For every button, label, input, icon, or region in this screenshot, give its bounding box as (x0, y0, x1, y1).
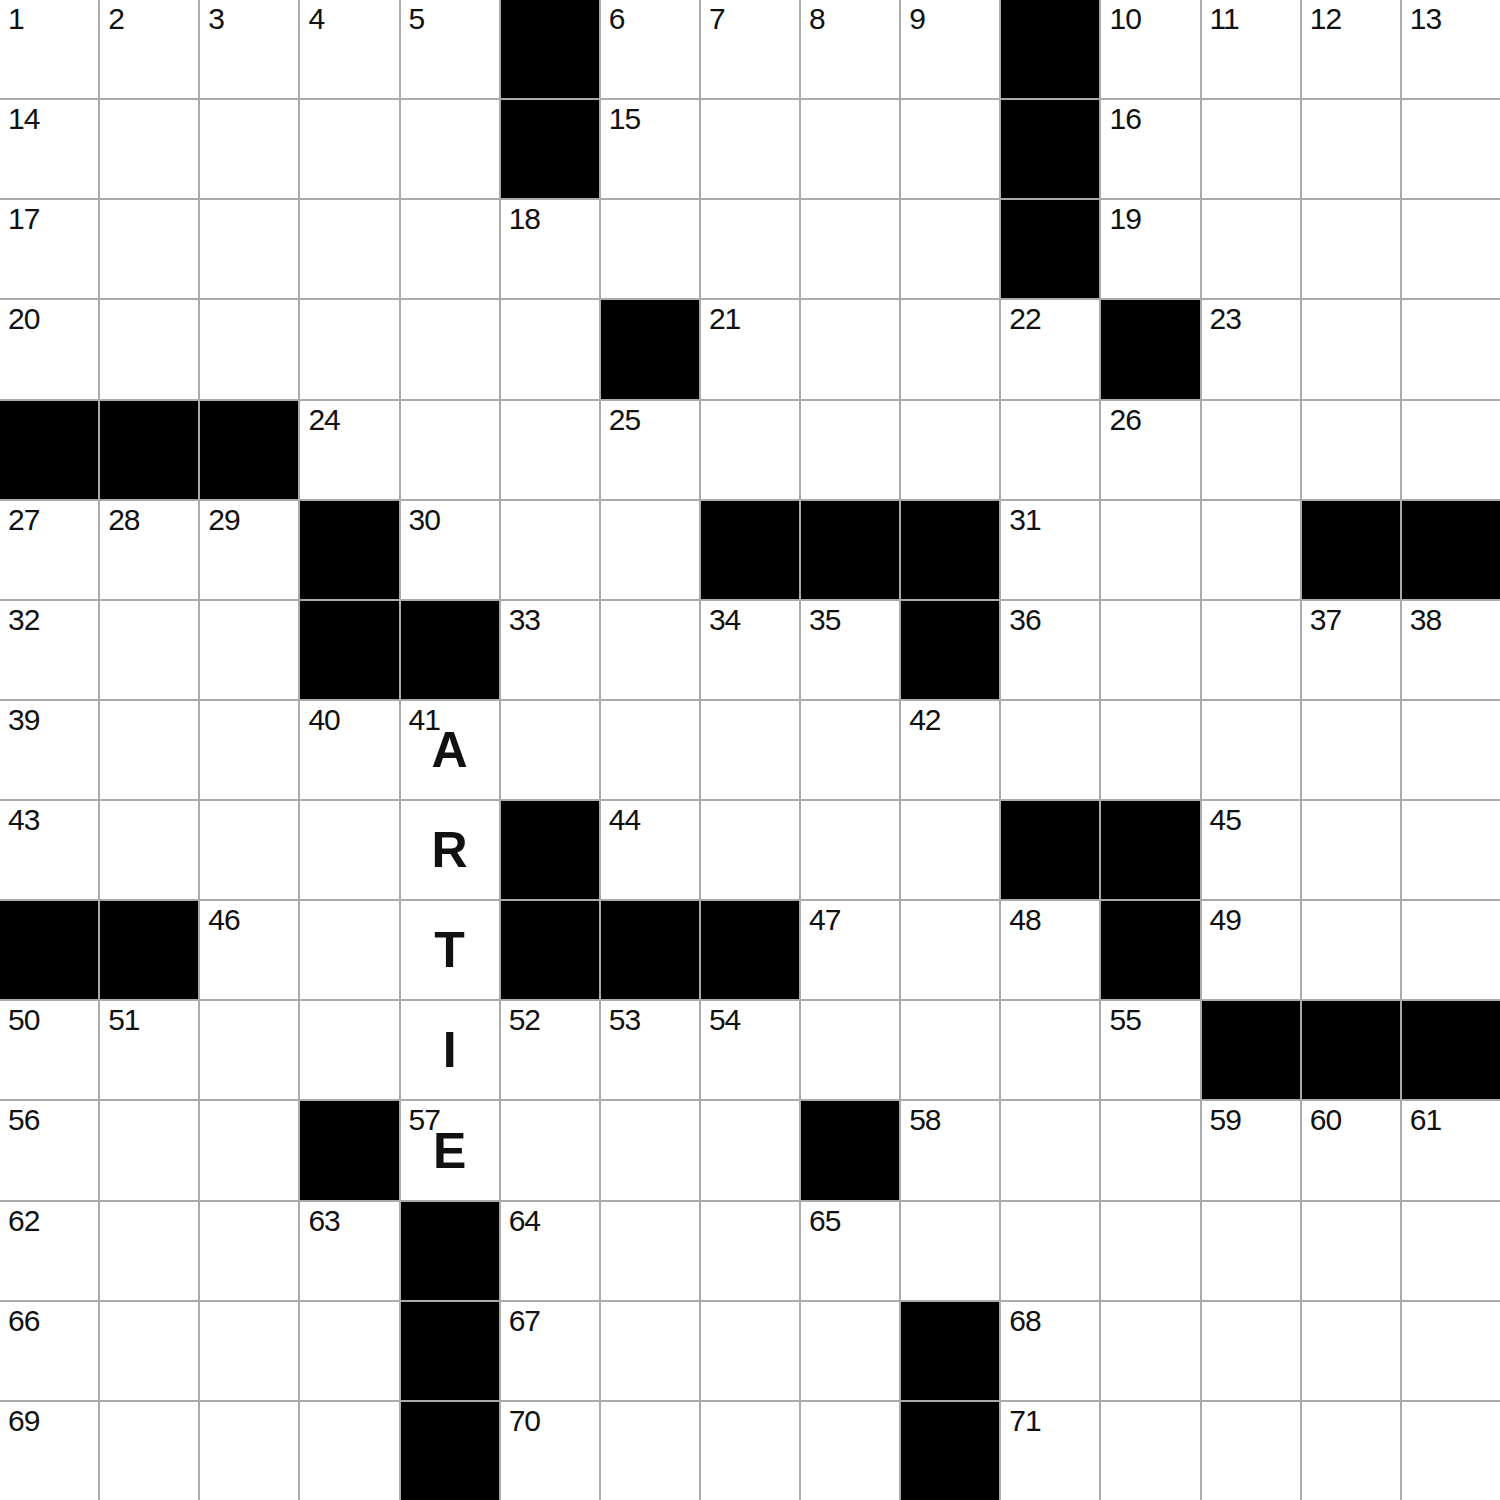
clue-number: 16 (1109, 104, 1140, 134)
clue-number: 58 (909, 1105, 940, 1135)
crossword-cell[interactable] (1302, 100, 1400, 198)
clue-number: 43 (8, 805, 39, 835)
clue-number: 62 (8, 1206, 39, 1236)
clue-number: 71 (1009, 1406, 1040, 1436)
black-cell (1001, 200, 1099, 298)
crossword-cell[interactable]: 49 (1202, 901, 1300, 999)
crossword-cell[interactable]: 17 (0, 200, 98, 298)
clue-number: 29 (208, 505, 239, 535)
crossword-cell[interactable] (200, 300, 298, 398)
clue-number: 47 (809, 905, 840, 935)
black-cell (1101, 801, 1199, 899)
clue-number: 24 (308, 405, 339, 435)
crossword-cell[interactable]: 6 (601, 0, 699, 98)
crossword-cell[interactable] (1202, 701, 1300, 799)
crossword-cell[interactable]: 48 (1001, 901, 1099, 999)
crossword-cell[interactable] (701, 1302, 799, 1400)
crossword-cell[interactable]: 14 (0, 100, 98, 198)
black-cell (1001, 0, 1099, 98)
clue-number: 4 (308, 4, 324, 34)
crossword-cell[interactable] (1101, 501, 1199, 599)
black-cell (401, 1202, 499, 1300)
crossword-cell[interactable]: 10 (1101, 0, 1199, 98)
crossword-cell[interactable]: 56 (0, 1101, 98, 1199)
black-cell (300, 601, 398, 699)
crossword-cell[interactable] (801, 200, 899, 298)
clue-number: 39 (8, 705, 39, 735)
black-cell (1101, 901, 1199, 999)
crossword-cell[interactable] (1402, 1402, 1500, 1500)
clue-number: 26 (1109, 405, 1140, 435)
clue-number: 20 (8, 304, 39, 334)
crossword-cell[interactable] (701, 1202, 799, 1300)
crossword-cell[interactable] (200, 200, 298, 298)
crossword-cell[interactable] (701, 801, 799, 899)
crossword-cell[interactable] (801, 1001, 899, 1099)
crossword-cell[interactable]: 58 (901, 1101, 999, 1199)
crossword-cell[interactable] (1302, 901, 1400, 999)
crossword-cell[interactable] (901, 100, 999, 198)
crossword-cell[interactable] (1402, 401, 1500, 499)
crossword-cell[interactable]: 24 (300, 401, 398, 499)
clue-number: 48 (1009, 905, 1040, 935)
crossword-cell[interactable] (601, 200, 699, 298)
crossword-cell[interactable] (200, 1001, 298, 1099)
crossword-cell[interactable]: 61 (1402, 1101, 1500, 1199)
crossword-cell[interactable] (401, 100, 499, 198)
crossword-cell[interactable] (1402, 701, 1500, 799)
crossword-cell[interactable] (1302, 801, 1400, 899)
crossword-cell[interactable] (801, 100, 899, 198)
crossword-cell[interactable]: 5 (401, 0, 499, 98)
clue-number: 30 (409, 505, 440, 535)
crossword-cell[interactable]: 15 (601, 100, 699, 198)
crossword-cell[interactable]: 68 (1001, 1302, 1099, 1400)
black-cell (501, 801, 599, 899)
crossword-cell[interactable] (801, 1302, 899, 1400)
crossword-cell[interactable] (601, 501, 699, 599)
crossword-cell[interactable]: 30 (401, 501, 499, 599)
clue-number: 44 (609, 805, 640, 835)
crossword-cell[interactable]: 34 (701, 601, 799, 699)
crossword-cell[interactable]: 29 (200, 501, 298, 599)
crossword-cell[interactable] (100, 300, 198, 398)
crossword-cell[interactable] (1302, 1202, 1400, 1300)
clue-number: 49 (1210, 905, 1241, 935)
crossword-cell[interactable] (1101, 701, 1199, 799)
crossword-cell[interactable] (1402, 100, 1500, 198)
crossword-cell[interactable] (300, 801, 398, 899)
crossword-cell[interactable]: 71 (1001, 1402, 1099, 1500)
crossword-cell[interactable]: 60 (1302, 1101, 1400, 1199)
black-cell (501, 100, 599, 198)
crossword-cell[interactable] (100, 701, 198, 799)
crossword-cell[interactable] (1202, 1302, 1300, 1400)
crossword-cell[interactable] (1202, 601, 1300, 699)
crossword-cell[interactable] (401, 300, 499, 398)
crossword-cell[interactable] (1101, 1302, 1199, 1400)
crossword-cell[interactable] (1101, 1402, 1199, 1500)
clue-number: 33 (509, 605, 540, 635)
crossword-cell[interactable]: 53 (601, 1001, 699, 1099)
crossword-cell[interactable]: 54 (701, 1001, 799, 1099)
cell-letter: T (401, 925, 499, 975)
crossword-cell[interactable]: 55 (1101, 1001, 1199, 1099)
black-cell (401, 1302, 499, 1400)
clue-number: 60 (1310, 1105, 1341, 1135)
crossword-cell[interactable] (1402, 300, 1500, 398)
crossword-cell[interactable]: 33 (501, 601, 599, 699)
crossword-cell[interactable] (501, 1101, 599, 1199)
crossword-cell[interactable]: 57E (401, 1101, 499, 1199)
clue-number: 8 (809, 4, 825, 34)
crossword-cell[interactable]: 39 (0, 701, 98, 799)
crossword-cell[interactable] (1202, 200, 1300, 298)
crossword-cell[interactable]: 62 (0, 1202, 98, 1300)
clue-number: 45 (1210, 805, 1241, 835)
crossword-cell[interactable] (200, 1101, 298, 1199)
crossword-cell[interactable] (200, 801, 298, 899)
crossword-cell[interactable]: 25 (601, 401, 699, 499)
crossword-cell[interactable]: 22 (1001, 300, 1099, 398)
clue-number: 52 (509, 1005, 540, 1035)
crossword-cell[interactable] (401, 200, 499, 298)
crossword-cell[interactable] (1101, 1202, 1199, 1300)
black-cell (0, 401, 98, 499)
clue-number: 15 (609, 104, 640, 134)
black-cell (1001, 801, 1099, 899)
crossword-cell[interactable]: 7 (701, 0, 799, 98)
clue-number: 61 (1410, 1105, 1441, 1135)
black-cell (1402, 501, 1500, 599)
cell-letter: R (401, 825, 499, 875)
crossword-cell[interactable] (1302, 1302, 1400, 1400)
crossword-cell[interactable]: 67 (501, 1302, 599, 1400)
crossword-cell[interactable] (501, 401, 599, 499)
clue-number: 2 (108, 4, 124, 34)
clue-number: 34 (709, 605, 740, 635)
crossword-cell[interactable] (1101, 1101, 1199, 1199)
clue-number: 40 (308, 705, 339, 735)
crossword-cell[interactable]: 43 (0, 801, 98, 899)
crossword-cell[interactable] (100, 601, 198, 699)
clue-number: 9 (909, 4, 925, 34)
crossword-cell[interactable] (1001, 1001, 1099, 1099)
clue-number: 12 (1310, 4, 1341, 34)
clue-number: 53 (609, 1005, 640, 1035)
clue-number: 64 (509, 1206, 540, 1236)
clue-number: 35 (809, 605, 840, 635)
crossword-cell[interactable]: 28 (100, 501, 198, 599)
clue-number: 28 (108, 505, 139, 535)
crossword-cell[interactable] (601, 1302, 699, 1400)
crossword-cell[interactable]: 35 (801, 601, 899, 699)
crossword-cell[interactable]: 16 (1101, 100, 1199, 198)
crossword-cell[interactable] (401, 401, 499, 499)
black-cell (200, 401, 298, 499)
black-cell (1302, 1001, 1400, 1099)
clue-number: 31 (1009, 505, 1040, 535)
clue-number: 27 (8, 505, 39, 535)
crossword-cell[interactable] (200, 701, 298, 799)
crossword-cell[interactable] (1001, 1101, 1099, 1199)
crossword-cell[interactable]: 40 (300, 701, 398, 799)
clue-number: 18 (509, 204, 540, 234)
crossword-cell[interactable] (801, 401, 899, 499)
crossword-cell[interactable]: 69 (0, 1402, 98, 1500)
crossword-cell[interactable] (1402, 200, 1500, 298)
crossword-cell[interactable] (1302, 1402, 1400, 1500)
black-cell (0, 901, 98, 999)
crossword-cell[interactable] (300, 100, 398, 198)
crossword-cell[interactable]: 41A (401, 701, 499, 799)
crossword-cell[interactable] (1202, 501, 1300, 599)
clue-number: 51 (108, 1005, 139, 1035)
crossword-cell[interactable]: 65 (801, 1202, 899, 1300)
crossword-cell[interactable] (100, 1302, 198, 1400)
crossword-cell[interactable] (300, 1001, 398, 1099)
crossword-cell[interactable]: R (401, 801, 499, 899)
crossword-cell[interactable] (801, 801, 899, 899)
black-cell (901, 501, 999, 599)
crossword-cell[interactable]: 45 (1202, 801, 1300, 899)
crossword-cell[interactable] (701, 1402, 799, 1500)
crossword-cell[interactable] (901, 200, 999, 298)
clue-number: 22 (1009, 304, 1040, 334)
crossword-cell[interactable] (300, 1302, 398, 1400)
crossword-cell[interactable] (200, 1202, 298, 1300)
clue-number: 66 (8, 1306, 39, 1336)
clue-number: 56 (8, 1105, 39, 1135)
clue-number: 25 (609, 405, 640, 435)
crossword-cell[interactable]: 38 (1402, 601, 1500, 699)
clue-number: 13 (1410, 4, 1441, 34)
crossword-cell[interactable]: 37 (1302, 601, 1400, 699)
black-cell (401, 1402, 499, 1500)
black-cell (300, 1101, 398, 1199)
clue-number: 3 (208, 4, 224, 34)
clue-number: 11 (1210, 4, 1239, 34)
crossword-cell[interactable] (1001, 701, 1099, 799)
black-cell (801, 501, 899, 599)
black-cell (100, 901, 198, 999)
crossword-cell[interactable]: 27 (0, 501, 98, 599)
black-cell (901, 601, 999, 699)
crossword-cell[interactable] (100, 1202, 198, 1300)
clue-number: 63 (308, 1206, 339, 1236)
black-cell (801, 1101, 899, 1199)
crossword-cell[interactable] (501, 501, 599, 599)
clue-number: 54 (709, 1005, 740, 1035)
crossword-cell[interactable] (100, 1402, 198, 1500)
clue-number: 55 (1109, 1005, 1140, 1035)
crossword-cell[interactable] (1202, 100, 1300, 198)
clue-number: 42 (909, 705, 940, 735)
crossword-cell[interactable]: I (401, 1001, 499, 1099)
crossword-cell[interactable] (300, 300, 398, 398)
crossword-cell[interactable] (501, 300, 599, 398)
crossword-cell[interactable] (701, 200, 799, 298)
crossword-cell[interactable] (1302, 200, 1400, 298)
black-cell (901, 1302, 999, 1400)
black-cell (1001, 100, 1099, 198)
cell-letter: I (401, 1025, 499, 1075)
black-cell (1302, 501, 1400, 599)
crossword-cell[interactable] (601, 1101, 699, 1199)
clue-number: 5 (409, 4, 425, 34)
crossword-cell[interactable]: 70 (501, 1402, 599, 1500)
clue-number: 68 (1009, 1306, 1040, 1336)
crossword-cell[interactable] (200, 601, 298, 699)
crossword-cell[interactable] (1202, 1402, 1300, 1500)
cell-letter: E (401, 1126, 499, 1176)
crossword-cell[interactable] (601, 701, 699, 799)
crossword-cell[interactable] (200, 100, 298, 198)
crossword-cell[interactable] (1302, 401, 1400, 499)
crossword-cell[interactable] (801, 701, 899, 799)
crossword-cell[interactable]: 3 (200, 0, 298, 98)
black-cell (401, 601, 499, 699)
crossword-cell[interactable]: 47 (801, 901, 899, 999)
crossword-cell[interactable] (801, 300, 899, 398)
crossword-grid: 1234567891011121314151617181920212223242… (0, 0, 1500, 1500)
crossword-cell[interactable] (1402, 1202, 1500, 1300)
clue-number: 1 (8, 4, 24, 34)
crossword-cell[interactable] (1101, 601, 1199, 699)
crossword-cell[interactable] (901, 801, 999, 899)
crossword-cell[interactable] (501, 701, 599, 799)
cell-letter: A (401, 725, 499, 775)
crossword-cell[interactable] (1402, 1302, 1500, 1400)
clue-number: 21 (709, 304, 740, 334)
clue-number: 70 (509, 1406, 540, 1436)
crossword-cell[interactable] (601, 1402, 699, 1500)
crossword-cell[interactable]: 63 (300, 1202, 398, 1300)
clue-number: 19 (1109, 204, 1140, 234)
crossword-cell[interactable] (1302, 300, 1400, 398)
crossword-cell[interactable]: 46 (200, 901, 298, 999)
clue-number: 36 (1009, 605, 1040, 635)
crossword-cell[interactable] (100, 100, 198, 198)
crossword-cell[interactable] (1001, 401, 1099, 499)
clue-number: 59 (1210, 1105, 1241, 1135)
clue-number: 23 (1210, 304, 1241, 334)
crossword-cell[interactable] (901, 1001, 999, 1099)
clue-number: 65 (809, 1206, 840, 1236)
clue-number: 50 (8, 1005, 39, 1035)
clue-number: 17 (8, 204, 39, 234)
crossword-cell[interactable]: 11 (1202, 0, 1300, 98)
crossword-cell[interactable] (1302, 701, 1400, 799)
crossword-cell[interactable]: 4 (300, 0, 398, 98)
crossword-cell[interactable] (901, 901, 999, 999)
crossword-cell[interactable] (100, 801, 198, 899)
crossword-cell[interactable] (701, 100, 799, 198)
black-cell (601, 300, 699, 398)
clue-number: 7 (709, 4, 725, 34)
clue-number: 10 (1109, 4, 1140, 34)
crossword-cell[interactable] (200, 1302, 298, 1400)
crossword-cell[interactable]: 18 (501, 200, 599, 298)
crossword-cell[interactable]: 50 (0, 1001, 98, 1099)
crossword-cell[interactable] (1202, 401, 1300, 499)
crossword-cell[interactable] (1402, 801, 1500, 899)
black-cell (701, 501, 799, 599)
crossword-cell[interactable] (901, 300, 999, 398)
clue-number: 69 (8, 1406, 39, 1436)
black-cell (1101, 300, 1199, 398)
crossword-cell[interactable]: 26 (1101, 401, 1199, 499)
black-cell (1402, 1001, 1500, 1099)
clue-number: 14 (8, 104, 39, 134)
crossword-cell[interactable]: 1 (0, 0, 98, 98)
crossword-cell[interactable]: 64 (501, 1202, 599, 1300)
clue-number: 38 (1410, 605, 1441, 635)
crossword-cell[interactable] (601, 601, 699, 699)
crossword-cell[interactable]: T (401, 901, 499, 999)
crossword-cell[interactable] (300, 1402, 398, 1500)
crossword-cell[interactable]: 9 (901, 0, 999, 98)
black-cell (501, 0, 599, 98)
crossword-cell[interactable]: 12 (1302, 0, 1400, 98)
crossword-cell[interactable] (601, 1202, 699, 1300)
black-cell (1202, 1001, 1300, 1099)
clue-number: 6 (609, 4, 625, 34)
crossword-cell[interactable]: 23 (1202, 300, 1300, 398)
crossword-cell[interactable]: 8 (801, 0, 899, 98)
clue-number: 67 (509, 1306, 540, 1336)
clue-number: 32 (8, 605, 39, 635)
crossword-cell[interactable]: 2 (100, 0, 198, 98)
crossword-cell[interactable]: 21 (701, 300, 799, 398)
crossword-cell[interactable]: 44 (601, 801, 699, 899)
black-cell (901, 1402, 999, 1500)
crossword-cell[interactable] (901, 1202, 999, 1300)
crossword-cell[interactable]: 42 (901, 701, 999, 799)
clue-number: 37 (1310, 605, 1341, 635)
crossword-cell[interactable] (300, 901, 398, 999)
black-cell (501, 901, 599, 999)
crossword-cell[interactable]: 32 (0, 601, 98, 699)
crossword-cell[interactable] (801, 1402, 899, 1500)
black-cell (300, 501, 398, 599)
crossword-cell[interactable] (1202, 1202, 1300, 1300)
crossword-cell[interactable]: 51 (100, 1001, 198, 1099)
crossword-cell[interactable]: 13 (1402, 0, 1500, 98)
crossword-cell[interactable]: 36 (1001, 601, 1099, 699)
crossword-cell[interactable]: 59 (1202, 1101, 1300, 1199)
black-cell (601, 901, 699, 999)
crossword-cell[interactable]: 52 (501, 1001, 599, 1099)
crossword-cell[interactable] (1402, 901, 1500, 999)
crossword-cell[interactable] (1001, 1202, 1099, 1300)
crossword-cell[interactable] (701, 401, 799, 499)
black-cell (100, 401, 198, 499)
crossword-cell[interactable]: 31 (1001, 501, 1099, 599)
crossword-cell[interactable] (100, 200, 198, 298)
crossword-cell[interactable] (300, 200, 398, 298)
crossword-cell[interactable] (901, 401, 999, 499)
crossword-cell[interactable] (701, 701, 799, 799)
black-cell (701, 901, 799, 999)
crossword-cell[interactable] (100, 1101, 198, 1199)
crossword-cell[interactable]: 20 (0, 300, 98, 398)
crossword-cell[interactable] (701, 1101, 799, 1199)
clue-number: 46 (208, 905, 239, 935)
crossword-cell[interactable] (200, 1402, 298, 1500)
crossword-cell[interactable]: 66 (0, 1302, 98, 1400)
crossword-cell[interactable]: 19 (1101, 200, 1199, 298)
